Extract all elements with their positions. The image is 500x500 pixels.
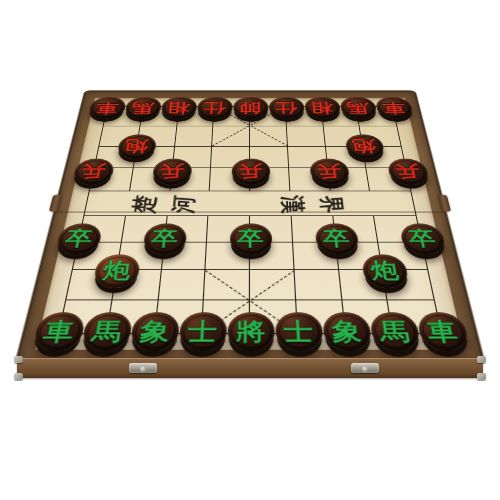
piece-b10[interactable]: 馬 [80,312,133,351]
piece-c1[interactable]: 相 [160,97,197,119]
piece-character: 車 [95,101,120,114]
piece-character: 兵 [316,163,342,179]
corner-metal-cap [14,356,23,363]
piece-character: 象 [331,319,363,343]
piece-character: 炮 [352,139,378,154]
piece-character: 兵 [394,163,421,179]
piece-a4[interactable]: 兵 [71,158,115,184]
piece-d1[interactable]: 仕 [196,97,232,119]
piece-g7[interactable]: 卒 [314,223,359,254]
piece-character: 車 [42,319,76,343]
piece-b1[interactable]: 馬 [123,97,161,119]
piece-layer: 車馬相仕帥仕相馬車炮炮兵兵兵兵兵卒卒卒卒卒炮炮車馬象士將士象馬車 [30,97,471,351]
piece-character: 卒 [150,229,178,248]
piece-i10[interactable]: 車 [415,312,470,351]
piece-e10[interactable]: 將 [227,312,275,351]
piece-character: 馬 [346,101,370,114]
piece-character: 相 [167,101,190,114]
piece-character: 仕 [203,101,226,114]
piece-character: 車 [381,101,406,114]
piece-c10[interactable]: 象 [129,312,180,351]
piece-h1[interactable]: 馬 [339,97,377,119]
piece-i1[interactable]: 車 [374,97,414,119]
piece-character: 卒 [237,229,263,248]
piece-h8[interactable]: 炮 [360,254,409,287]
piece-a1[interactable]: 車 [87,97,127,119]
piece-h3[interactable]: 炮 [344,134,385,158]
piece-character: 車 [425,319,459,343]
metal-clasp-left[interactable] [129,363,157,373]
case-front-edge [17,358,483,378]
piece-e7[interactable]: 卒 [229,223,272,254]
piece-i4[interactable]: 兵 [386,158,430,184]
piece-b8[interactable]: 炮 [92,254,141,287]
metal-clasp-right[interactable] [351,363,379,373]
piece-character: 卒 [407,229,437,248]
piece-character: 馬 [378,319,411,343]
board-surface: 楚河 漢界 車馬相仕帥仕相馬車炮炮兵兵兵兵兵卒卒卒卒卒炮炮車馬象士將士象馬車 [35,98,464,350]
piece-g1[interactable]: 相 [304,97,341,119]
piece-h10[interactable]: 馬 [368,312,421,351]
piece-character: 炮 [101,260,132,281]
corner-metal-cap [477,373,486,380]
piece-character: 卒 [64,229,94,248]
piece-i7[interactable]: 卒 [398,223,447,254]
corner-metal-cap [14,373,23,380]
piece-f10[interactable]: 士 [275,312,324,351]
piece-character: 士 [283,319,314,343]
piece-c4[interactable]: 兵 [151,158,192,184]
corner-metal-cap [477,356,486,363]
piece-g4[interactable]: 兵 [309,158,350,184]
piece-character: 將 [236,319,266,343]
piece-character: 象 [139,319,171,343]
piece-character: 炮 [369,260,400,281]
piece-character: 兵 [159,163,185,179]
piece-e1[interactable]: 帥 [233,97,269,119]
piece-character: 兵 [238,163,262,179]
product-photo-stage: 楚河 漢界 車馬相仕帥仕相馬車炮炮兵兵兵兵兵卒卒卒卒卒炮炮車馬象士將士象馬車 [0,0,500,500]
piece-character: 相 [311,101,334,114]
piece-d10[interactable]: 士 [178,312,227,351]
xiangqi-board: 楚河 漢界 車馬相仕帥仕相馬車炮炮兵兵兵兵兵卒卒卒卒卒炮炮車馬象士將士象馬車 [18,92,482,362]
piece-a7[interactable]: 卒 [54,223,103,254]
piece-e4[interactable]: 兵 [231,158,270,184]
piece-character: 仕 [275,101,298,114]
piece-character: 馬 [90,319,123,343]
piece-character: 兵 [80,163,107,179]
piece-f1[interactable]: 仕 [268,97,304,119]
piece-b3[interactable]: 炮 [116,134,157,158]
piece-character: 帥 [239,101,261,114]
piece-g10[interactable]: 象 [321,312,372,351]
piece-a10[interactable]: 車 [31,312,86,351]
piece-c7[interactable]: 卒 [142,223,187,254]
piece-character: 士 [187,319,217,343]
piece-character: 卒 [322,229,350,248]
piece-character: 馬 [131,101,155,114]
piece-character: 炮 [124,139,150,154]
